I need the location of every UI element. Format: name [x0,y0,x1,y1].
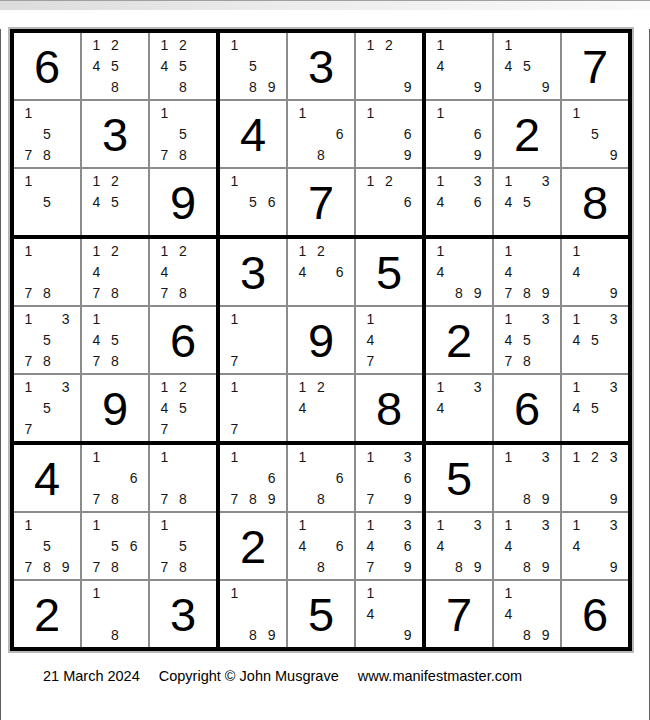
candidate-7: 7 [87,282,106,303]
candidate-empty [106,309,125,330]
candidate-empty [262,377,281,398]
candidate-empty [312,398,331,419]
candidate-empty [450,536,469,557]
pencil-marks: 1245 [87,171,143,233]
pencil-marks: 13578 [19,309,75,371]
candidate-9: 9 [56,556,75,577]
candidate-empty [567,418,586,439]
candidate-empty [330,418,349,439]
candidate-4: 4 [499,536,518,557]
candidate-empty [124,282,143,303]
pencil-marks: 1239 [567,447,623,509]
candidate-empty [586,515,605,536]
cell-value: 7 [308,179,334,226]
candidate-8: 8 [38,556,57,577]
candidate-empty [380,330,399,351]
candidate-5: 5 [38,398,57,419]
cell-r3c1: 15 [14,169,80,235]
pencil-marks: 1678 [87,447,143,509]
candidate-5: 5 [244,56,263,77]
candidate-8: 8 [244,76,263,97]
cell-r3c5: 7 [288,169,354,235]
candidate-8: 8 [244,624,263,645]
candidate-empty [124,309,143,330]
candidate-1: 1 [87,35,106,56]
candidate-5: 5 [38,330,57,351]
candidate-empty [56,171,75,192]
box-2-2: 312465179147171248 [218,237,424,443]
candidate-empty [225,192,244,213]
candidate-1: 1 [293,241,312,262]
cell-r8c3: 1578 [150,513,216,579]
candidate-3: 3 [604,447,623,468]
candidate-empty [87,624,106,645]
candidate-1: 1 [87,241,106,262]
candidate-7: 7 [19,144,38,165]
candidate-empty [330,377,349,398]
candidate-7: 7 [225,488,244,509]
pencil-marks: 1345 [567,309,623,371]
candidate-empty [586,536,605,557]
candidate-1: 1 [19,241,38,262]
cell-value: 2 [514,111,540,158]
candidate-empty [106,468,125,489]
candidate-empty [536,262,555,283]
pencil-marks: 169 [361,103,417,165]
candidate-empty [56,144,75,165]
candidate-empty [499,76,518,97]
candidate-empty [380,583,399,604]
candidate-empty [38,262,57,283]
candidate-9: 9 [398,556,417,577]
cell-value: 6 [514,385,540,432]
candidate-empty [398,583,417,604]
pencil-marks: 1246 [293,241,349,303]
candidate-empty [398,212,417,233]
candidate-empty [450,418,469,439]
candidate-1: 1 [361,309,380,330]
candidate-5: 5 [174,56,193,77]
candidate-empty [518,76,537,97]
cell-r3c4: 156 [220,169,286,235]
candidate-7: 7 [499,282,518,303]
candidate-empty [536,212,555,233]
candidate-empty [293,124,312,145]
candidate-empty [38,515,57,536]
cell-r5c9: 1345 [562,307,628,373]
candidate-1: 1 [225,309,244,330]
candidate-empty [106,262,125,283]
candidate-empty [293,144,312,165]
candidate-empty [380,515,399,536]
candidate-empty [262,212,281,233]
pencil-marks: 15789 [19,515,75,577]
cell-r2c6: 169 [356,101,422,167]
pencil-marks: 1357 [19,377,75,439]
cell-value: 3 [308,43,334,90]
candidate-1: 1 [19,377,38,398]
candidate-4: 4 [499,56,518,77]
candidate-empty [174,103,193,124]
candidate-8: 8 [312,556,331,577]
candidate-3: 3 [536,515,555,536]
candidate-3: 3 [56,377,75,398]
candidate-3: 3 [604,515,623,536]
candidate-empty [499,468,518,489]
candidate-1: 1 [361,35,380,56]
candidate-9: 9 [398,76,417,97]
pencil-marks: 13679 [361,447,417,509]
candidate-empty [586,350,605,371]
candidate-empty [536,241,555,262]
candidate-empty [192,76,211,97]
candidate-8: 8 [174,144,193,165]
pencil-marks: 149 [361,583,417,645]
candidate-empty [450,103,469,124]
candidate-empty [19,124,38,145]
candidate-8: 8 [174,488,193,509]
candidate-empty [155,468,174,489]
pencil-marks: 12457 [155,377,211,439]
candidate-4: 4 [87,262,106,283]
cell-value: 4 [240,111,266,158]
candidate-1: 1 [19,103,38,124]
pencil-marks: 15678 [87,515,143,577]
candidate-9: 9 [604,282,623,303]
candidate-empty [604,262,623,283]
candidate-empty [330,556,349,577]
candidate-empty [87,536,106,557]
candidate-1: 1 [567,447,586,468]
candidate-empty [38,103,57,124]
candidate-empty [19,262,38,283]
candidate-3: 3 [56,309,75,330]
candidate-empty [244,330,263,351]
candidate-empty [380,350,399,371]
box-3-2: 1678916813679214681346791895149 [218,443,424,649]
pencil-marks: 159 [567,103,623,165]
candidate-3: 3 [468,515,487,536]
candidate-2: 2 [106,241,125,262]
cell-r7c4: 16789 [220,445,286,511]
candidate-3: 3 [468,171,487,192]
cell-r4c5: 1246 [288,239,354,305]
candidate-5: 5 [518,192,537,213]
candidate-9: 9 [468,76,487,97]
candidate-empty [225,330,244,351]
pencil-marks: 1589 [225,35,281,97]
candidate-empty [536,192,555,213]
candidate-1: 1 [431,103,450,124]
cell-r4c7: 1489 [426,239,492,305]
candidate-9: 9 [262,624,281,645]
cell-r8c6: 134679 [356,513,422,579]
candidate-empty [468,241,487,262]
candidate-empty [192,103,211,124]
cell-r9c9: 6 [562,581,628,647]
candidate-6: 6 [398,536,417,557]
candidate-empty [604,536,623,557]
candidate-5: 5 [586,330,605,351]
cell-r5c7: 2 [426,307,492,373]
candidate-empty [38,418,57,439]
pencil-marks: 149 [431,35,487,97]
box-1-2: 1589312941681691567126 [218,31,424,237]
pencil-marks: 149 [567,241,623,303]
candidate-empty [244,35,263,56]
candidate-9: 9 [262,488,281,509]
candidate-1: 1 [293,103,312,124]
candidate-8: 8 [312,488,331,509]
candidate-1: 1 [155,241,174,262]
candidate-empty [536,604,555,625]
candidate-empty [56,418,75,439]
candidate-empty [192,56,211,77]
cell-r8c5: 1468 [288,513,354,579]
cell-r4c9: 149 [562,239,628,305]
candidate-1: 1 [431,377,450,398]
cell-r7c1: 4 [14,445,80,511]
candidate-4: 4 [155,398,174,419]
candidate-1: 1 [499,515,518,536]
cell-r7c3: 178 [150,445,216,511]
candidate-1: 1 [19,309,38,330]
candidate-empty [293,282,312,303]
candidate-empty [262,330,281,351]
cell-r9c3: 3 [150,581,216,647]
candidate-6: 6 [398,468,417,489]
candidate-9: 9 [398,488,417,509]
candidate-empty [586,144,605,165]
candidate-2: 2 [106,171,125,192]
candidate-empty [244,212,263,233]
candidate-3: 3 [536,309,555,330]
candidate-empty [361,144,380,165]
candidate-empty [330,282,349,303]
candidate-9: 9 [398,624,417,645]
candidate-5: 5 [106,536,125,557]
candidate-empty [106,583,125,604]
candidate-6: 6 [124,468,143,489]
candidate-empty [262,309,281,330]
candidate-7: 7 [19,282,38,303]
candidate-empty [192,124,211,145]
candidate-2: 2 [312,377,331,398]
candidate-empty [38,241,57,262]
cell-value: 2 [34,591,60,638]
candidate-3: 3 [604,309,623,330]
candidate-7: 7 [361,556,380,577]
candidate-empty [124,624,143,645]
candidate-8: 8 [244,488,263,509]
candidate-8: 8 [174,556,193,577]
footer-date: 21 March 2024 [43,668,140,684]
candidate-empty [380,192,399,213]
cell-value: 5 [446,455,472,502]
cell-r9c6: 149 [356,581,422,647]
candidate-7: 7 [87,488,106,509]
candidate-empty [450,241,469,262]
cell-r4c2: 12478 [82,239,148,305]
candidate-4: 4 [361,330,380,351]
candidate-empty [604,330,623,351]
cell-r6c9: 1345 [562,375,628,441]
candidate-4: 4 [499,192,518,213]
candidate-empty [518,468,537,489]
cell-value: 5 [308,591,334,638]
candidate-1: 1 [499,35,518,56]
box-3-3: 51389123913489134891349714896 [424,443,630,649]
cell-value: 9 [170,179,196,226]
candidate-empty [124,192,143,213]
pencil-marks: 134578 [499,309,555,371]
candidate-4: 4 [361,604,380,625]
candidate-empty [380,56,399,77]
candidate-5: 5 [518,56,537,77]
candidate-empty [312,468,331,489]
candidate-2: 2 [312,241,331,262]
candidate-empty [225,624,244,645]
cell-r8c7: 13489 [426,513,492,579]
pencil-marks: 156 [225,171,281,233]
candidate-empty [380,488,399,509]
candidate-4: 4 [155,56,174,77]
candidate-4: 4 [499,262,518,283]
candidate-empty [586,282,605,303]
candidate-empty [262,350,281,371]
candidate-empty [262,583,281,604]
candidate-1: 1 [87,309,106,330]
candidate-empty [567,556,586,577]
candidate-empty [262,447,281,468]
cell-r9c7: 7 [426,581,492,647]
candidate-empty [468,536,487,557]
candidate-empty [380,447,399,468]
cell-r1c7: 149 [426,33,492,99]
candidate-empty [192,447,211,468]
pencil-marks: 16789 [225,447,281,509]
candidate-8: 8 [106,556,125,577]
candidate-7: 7 [87,556,106,577]
cell-r3c7: 1346 [426,169,492,235]
candidate-empty [262,418,281,439]
candidate-empty [450,212,469,233]
candidate-2: 2 [380,171,399,192]
pencil-marks: 129 [361,35,417,97]
cell-r5c8: 134578 [494,307,560,373]
candidate-2: 2 [174,241,193,262]
box-2-3: 1489147891492134578134513461345 [424,237,630,443]
candidate-empty [38,171,57,192]
candidate-7: 7 [225,350,244,371]
candidate-empty [192,536,211,557]
candidate-empty [450,377,469,398]
candidate-1: 1 [361,103,380,124]
pencil-marks: 189 [225,583,281,645]
candidate-5: 5 [586,124,605,145]
candidate-empty [192,488,211,509]
candidate-4: 4 [567,536,586,557]
pencil-marks: 1489 [499,583,555,645]
candidate-4: 4 [293,536,312,557]
candidate-4: 4 [567,262,586,283]
candidate-empty [19,192,38,213]
cell-value: 2 [446,317,472,364]
candidate-empty [192,35,211,56]
candidate-7: 7 [19,556,38,577]
pencil-marks: 18 [87,583,143,645]
candidate-2: 2 [174,377,193,398]
cell-r3c2: 1245 [82,169,148,235]
candidate-8: 8 [38,144,57,165]
candidate-empty [536,35,555,56]
candidate-4: 4 [431,536,450,557]
candidate-empty [604,241,623,262]
candidate-empty [604,350,623,371]
candidate-9: 9 [468,556,487,577]
candidate-empty [155,536,174,557]
candidate-empty [468,418,487,439]
cell-r7c9: 1239 [562,445,628,511]
candidate-7: 7 [155,556,174,577]
cell-r5c4: 17 [220,307,286,373]
candidate-empty [431,282,450,303]
candidate-1: 1 [567,515,586,536]
candidate-empty [468,262,487,283]
candidate-2: 2 [106,35,125,56]
candidate-5: 5 [106,56,125,77]
candidate-empty [87,76,106,97]
candidate-1: 1 [87,447,106,468]
candidate-empty [468,398,487,419]
candidate-empty [604,103,623,124]
cell-r2c5: 168 [288,101,354,167]
candidate-1: 1 [567,241,586,262]
pencil-marks: 1578 [19,103,75,165]
cell-value: 5 [376,249,402,296]
candidate-1: 1 [293,515,312,536]
candidate-empty [124,171,143,192]
cell-value: 6 [170,317,196,364]
candidate-5: 5 [586,398,605,419]
candidate-empty [450,398,469,419]
candidate-5: 5 [244,192,263,213]
cell-r2c9: 159 [562,101,628,167]
candidate-6: 6 [124,536,143,557]
candidate-empty [518,583,537,604]
candidate-empty [330,103,349,124]
candidate-8: 8 [450,282,469,303]
candidate-9: 9 [536,556,555,577]
candidate-empty [174,447,193,468]
cell-r8c9: 1349 [562,513,628,579]
candidate-1: 1 [155,447,174,468]
candidate-empty [192,282,211,303]
candidate-empty [244,350,263,371]
candidate-empty [244,583,263,604]
candidate-empty [192,468,211,489]
candidate-empty [106,212,125,233]
candidate-empty [518,604,537,625]
candidate-empty [87,604,106,625]
candidate-7: 7 [19,350,38,371]
candidate-1: 1 [225,377,244,398]
pencil-marks: 168 [293,103,349,165]
candidate-6: 6 [398,124,417,145]
candidate-empty [450,192,469,213]
pencil-marks: 12458 [155,35,211,97]
pencil-marks: 14578 [87,309,143,371]
